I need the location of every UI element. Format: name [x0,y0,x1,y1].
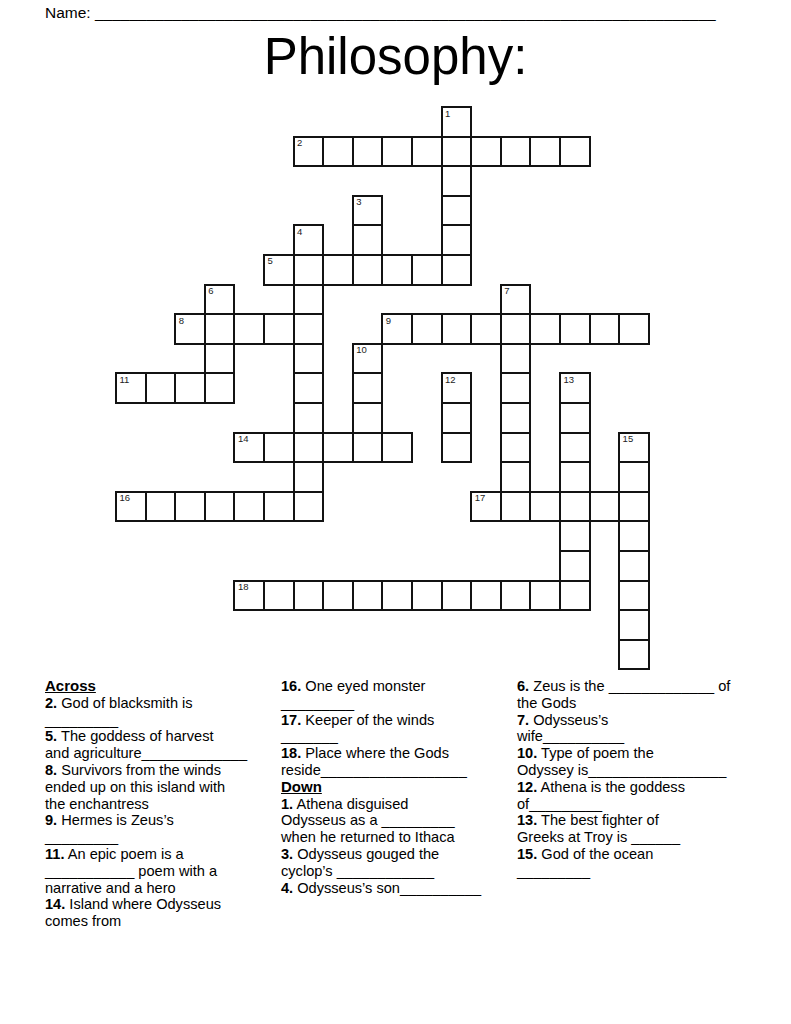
grid-cell-r12c15[interactable] [559,461,591,493]
grid-cell-r2c11[interactable] [441,165,473,197]
grid-cell-r9c1[interactable] [145,372,177,404]
grid-cell-r5c8[interactable] [352,254,384,286]
clue-number: 13. [517,812,537,828]
clue-17: 17. Keeper of the winds_______ [281,712,502,746]
grid-cell-r6c13[interactable]: 7 [500,284,532,316]
grid-cell-r7c15[interactable] [559,313,591,345]
clue-1: 1. Athena disguisedOdysseus as a _______… [281,796,502,846]
grid-cell-r1c6[interactable]: 2 [293,136,325,168]
grid-cell-r1c15[interactable] [559,136,591,168]
grid-cell-r7c3[interactable] [204,313,236,345]
clue-column-3: 6. Zeus is the _____________ ofthe Gods7… [517,678,738,930]
grid-cell-r14c15[interactable] [559,520,591,552]
grid-cell-r12c6[interactable] [293,461,325,493]
grid-cell-r16c8[interactable] [352,580,384,612]
grid-cell-r16c13[interactable] [500,580,532,612]
clue-number: 10. [517,745,537,761]
clue-2: 2. God of blacksmith is_________ [45,695,266,729]
grid-cell-r13c17[interactable] [618,491,650,523]
clue-12: 12. Athena is the goddessof_________ [517,779,738,813]
clue-number: 12. [517,779,537,795]
grid-cell-r13c1[interactable] [145,491,177,523]
grid-cell-r7c16[interactable] [589,313,621,345]
grid-cell-r9c13[interactable] [500,372,532,404]
grid-cell-r8c13[interactable] [500,343,532,375]
grid-cell-r7c13[interactable] [500,313,532,345]
name-row: Name: __________________________________… [45,3,716,22]
grid-cell-r1c14[interactable] [529,136,561,168]
grid-cell-r3c11[interactable] [441,195,473,227]
grid-cell-r11c17[interactable]: 15 [618,432,650,464]
cell-number-1: 1 [445,109,450,119]
grid-cell-r12c13[interactable] [500,461,532,493]
grid-cell-r1c12[interactable] [470,136,502,168]
grid-cell-r12c17[interactable] [618,461,650,493]
grid-cell-r8c3[interactable] [204,343,236,375]
grid-cell-r3c8[interactable]: 3 [352,195,384,227]
grid-cell-r9c11[interactable]: 12 [441,372,473,404]
cell-number-9: 9 [386,316,391,326]
grid-cell-r10c8[interactable] [352,402,384,434]
grid-cell-r16c14[interactable] [529,580,561,612]
cell-number-6: 6 [208,286,213,296]
grid-cell-r11c15[interactable] [559,432,591,464]
name-blank-line[interactable]: ________________________________________… [95,4,716,21]
clue-15: 15. God of the ocean_________ [517,846,738,880]
grid-cell-r13c4[interactable] [233,491,265,523]
clue-9: 9. Hermes is Zeus’s_________ [45,812,266,846]
clue-number: 7. [517,712,529,728]
grid-cell-r9c6[interactable] [293,372,325,404]
grid-cell-r7c4[interactable] [233,313,265,345]
grid-cell-r16c6[interactable] [293,580,325,612]
grid-cell-r9c0[interactable]: 11 [115,372,147,404]
grid-cell-r13c13[interactable] [500,491,532,523]
grid-cell-r11c5[interactable] [263,432,295,464]
grid-cell-r13c2[interactable] [174,491,206,523]
grid-cell-r1c11[interactable] [441,136,473,168]
grid-cell-r8c6[interactable] [293,343,325,375]
grid-cell-r7c17[interactable] [618,313,650,345]
clue-number: 2. [45,695,57,711]
cell-number-3: 3 [356,197,361,207]
grid-cell-r9c3[interactable] [204,372,236,404]
grid-cell-r6c6[interactable] [293,284,325,316]
clue-4: 4. Odysseus’s son__________ [281,880,502,897]
grid-cell-r13c16[interactable] [589,491,621,523]
crossword-grid: 123456789101112131415161718 [116,107,649,669]
clue-5: 5. The goddess of harvestand agriculture… [45,728,266,762]
grid-cell-r11c6[interactable] [293,432,325,464]
grid-cell-r16c10[interactable] [411,580,443,612]
grid-cell-r16c12[interactable] [470,580,502,612]
grid-cell-r9c2[interactable] [174,372,206,404]
grid-cell-r16c7[interactable] [322,580,354,612]
grid-cell-r13c0[interactable]: 16 [115,491,147,523]
cell-number-5: 5 [267,256,272,266]
clue-number: 1. [281,796,293,812]
clue-number: 4. [281,880,293,896]
grid-cell-r7c14[interactable] [529,313,561,345]
grid-cell-r7c10[interactable] [411,313,443,345]
grid-cell-r7c5[interactable] [263,313,295,345]
grid-cell-r9c8[interactable] [352,372,384,404]
grid-cell-r15c17[interactable] [618,550,650,582]
grid-cell-r1c10[interactable] [411,136,443,168]
grid-cell-r1c9[interactable] [381,136,413,168]
grid-cell-r7c11[interactable] [441,313,473,345]
cell-number-8: 8 [179,316,184,326]
grid-cell-r13c6[interactable] [293,491,325,523]
grid-cell-r5c10[interactable] [411,254,443,286]
grid-cell-r4c11[interactable] [441,224,473,256]
clue-section: Across2. God of blacksmith is_________5.… [45,678,738,930]
grid-cell-r11c4[interactable]: 14 [233,432,265,464]
cell-number-13: 13 [563,375,574,385]
clue-number: 17. [281,712,301,728]
grid-cell-r5c7[interactable] [322,254,354,286]
grid-cell-r10c11[interactable] [441,402,473,434]
name-label: Name: [45,4,91,21]
clue-11: 11. An epic poem is a___________ poem wi… [45,846,266,896]
clue-number: 15. [517,846,537,862]
grid-cell-r13c15[interactable] [559,491,591,523]
grid-cell-r1c8[interactable] [352,136,384,168]
grid-cell-r11c13[interactable] [500,432,532,464]
grid-cell-r7c2[interactable]: 8 [174,313,206,345]
cell-number-11: 11 [120,375,130,385]
grid-cell-r5c9[interactable] [381,254,413,286]
clue-7: 7. Odysseus’swife__________ [517,712,738,746]
grid-cell-r5c6[interactable] [293,254,325,286]
grid-cell-r13c5[interactable] [263,491,295,523]
grid-cell-r16c4[interactable]: 18 [233,580,265,612]
grid-cell-r1c13[interactable] [500,136,532,168]
grid-cell-r0c11[interactable]: 1 [441,106,473,138]
grid-cell-r11c9[interactable] [381,432,413,464]
clue-number: 3. [281,846,293,862]
clue-14: 14. Island where Odysseuscomes from [45,896,266,930]
grid-cell-r11c7[interactable] [322,432,354,464]
cell-number-18: 18 [238,582,249,592]
page-title: Philosophy: [0,31,791,82]
grid-cell-r14c17[interactable] [618,520,650,552]
clue-number: 11. [45,846,64,862]
cell-number-4: 4 [297,227,302,237]
grid-cell-r7c12[interactable] [470,313,502,345]
grid-cell-r11c8[interactable] [352,432,384,464]
clue-6: 6. Zeus is the _____________ ofthe Gods [517,678,738,712]
clue-heading-across: Across [45,678,266,695]
clue-number: 6. [517,678,529,694]
grid-cell-r16c17[interactable] [618,580,650,612]
grid-cell-r5c11[interactable] [441,254,473,286]
grid-cell-r13c14[interactable] [529,491,561,523]
grid-cell-r16c11[interactable] [441,580,473,612]
clue-column-1: Across2. God of blacksmith is_________5.… [45,678,266,930]
grid-cell-r18c17[interactable] [618,639,650,671]
clue-16: 16. One eyed monster_________ [281,678,502,712]
cell-number-14: 14 [238,434,249,444]
grid-cell-r10c13[interactable] [500,402,532,434]
grid-cell-r17c17[interactable] [618,609,650,641]
cell-number-7: 7 [504,286,509,296]
grid-cell-r9c15[interactable]: 13 [559,372,591,404]
grid-cell-r11c11[interactable] [441,432,473,464]
clue-number: 14. [45,896,65,912]
clue-10: 10. Type of poem theOdyssey is__________… [517,745,738,779]
grid-cell-r4c6[interactable]: 4 [293,224,325,256]
clue-number: 5. [45,728,57,744]
clue-number: 8. [45,762,57,778]
grid-cell-r5c5[interactable]: 5 [263,254,295,286]
grid-cell-r13c3[interactable] [204,491,236,523]
grid-cell-r7c9[interactable]: 9 [381,313,413,345]
clue-8: 8. Survivors from the windsended up on t… [45,762,266,812]
grid-cell-r6c3[interactable]: 6 [204,284,236,316]
cell-number-15: 15 [623,434,634,444]
grid-cell-r10c15[interactable] [559,402,591,434]
grid-cell-r16c5[interactable] [263,580,295,612]
grid-cell-r8c8[interactable]: 10 [352,343,384,375]
cell-number-10: 10 [356,345,367,355]
grid-cell-r13c12[interactable]: 17 [470,491,502,523]
grid-cell-r16c9[interactable] [381,580,413,612]
cell-number-17: 17 [475,493,486,503]
clue-number: 9. [45,812,57,828]
grid-cell-r10c6[interactable] [293,402,325,434]
clue-heading-down: Down [281,779,502,796]
grid-cell-r4c8[interactable] [352,224,384,256]
clue-number: 18. [281,745,301,761]
clue-18: 18. Place where the Godsreside__________… [281,745,502,779]
clue-3: 3. Odysseus gouged thecyclop’s _________… [281,846,502,880]
cell-number-16: 16 [120,493,131,503]
grid-cell-r1c7[interactable] [322,136,354,168]
clue-column-2: 16. One eyed monster_________17. Keeper … [281,678,502,930]
grid-cell-r7c6[interactable] [293,313,325,345]
cell-number-2: 2 [297,138,302,148]
grid-cell-r15c15[interactable] [559,550,591,582]
cell-number-12: 12 [445,375,456,385]
clue-13: 13. The best fighter ofGreeks at Troy is… [517,812,738,846]
clue-number: 16. [281,678,301,694]
grid-cell-r16c15[interactable] [559,580,591,612]
